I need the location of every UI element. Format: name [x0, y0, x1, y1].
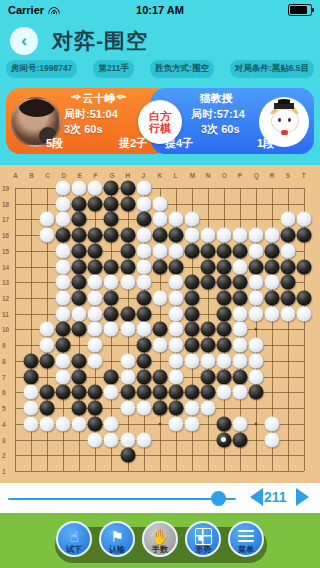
black-stone-C5	[40, 401, 55, 416]
col-label-O: O	[222, 172, 227, 179]
player-left-captures: 提2子	[119, 136, 147, 151]
white-stone-M5	[184, 401, 199, 416]
black-stone-F4	[88, 416, 103, 431]
black-stone-E8	[72, 353, 87, 368]
black-stone-J9	[136, 338, 151, 353]
white-stone-G6	[104, 385, 119, 400]
white-stone-P14	[232, 259, 247, 274]
black-stone-J12	[136, 291, 151, 306]
black-stone-E17	[72, 212, 87, 227]
white-stone-L7	[168, 369, 183, 384]
white-stone-C9	[40, 338, 55, 353]
white-stone-P9	[232, 338, 247, 353]
white-stone-P10	[232, 322, 247, 337]
black-stone-J7	[136, 369, 151, 384]
white-stone-M8	[184, 353, 199, 368]
black-stone-T16	[296, 228, 311, 243]
black-stone-P7	[232, 369, 247, 384]
white-stone-E19	[72, 181, 87, 196]
player-right-time: 局时:57:14	[191, 107, 245, 122]
white-stone-D14	[56, 259, 71, 274]
black-stone-O15	[216, 243, 231, 258]
row-label-19: 19	[2, 185, 9, 192]
last-move-marker	[221, 437, 226, 442]
black-stone-C8	[40, 353, 55, 368]
black-stone-E10	[72, 322, 87, 337]
nav-bar: ‹ 对弈-围空	[0, 24, 320, 58]
black-stone-T14	[296, 259, 311, 274]
black-stone-G14	[104, 259, 119, 274]
toolbar-label-5: 菜单	[230, 544, 262, 555]
col-label-E: E	[77, 172, 81, 179]
black-stone-O14	[216, 259, 231, 274]
black-stone-L14	[168, 259, 183, 274]
white-stone-L17	[168, 212, 183, 227]
white-stone-J13	[136, 275, 151, 290]
white-stone-R13	[264, 275, 279, 290]
black-stone-L5	[168, 401, 183, 416]
col-label-K: K	[158, 172, 163, 179]
white-stone-J16	[136, 228, 151, 243]
wifi-icon	[48, 6, 60, 15]
black-stone-K10	[152, 322, 167, 337]
black-stone-E14	[72, 259, 87, 274]
black-stone-Q14	[248, 259, 263, 274]
black-stone-F14	[88, 259, 103, 274]
white-stone-D7	[56, 369, 71, 384]
black-stone-N9	[200, 338, 215, 353]
black-stone-O7	[216, 369, 231, 384]
black-stone-O13	[216, 275, 231, 290]
toolbar-button-2-flag-icon[interactable]: ⚑认输	[99, 521, 135, 557]
white-stone-F9	[88, 338, 103, 353]
black-stone-F15	[88, 243, 103, 258]
col-label-H: H	[126, 172, 131, 179]
white-stone-L13	[168, 275, 183, 290]
black-stone-L6	[168, 385, 183, 400]
black-stone-P12	[232, 291, 247, 306]
white-stone-K12	[152, 291, 167, 306]
black-stone-E7	[72, 369, 87, 384]
white-stone-F12	[88, 291, 103, 306]
move-number: 211	[264, 489, 287, 505]
go-board[interactable]: ABCDEFGHJKLMNOPQRST191817161514131211109…	[0, 165, 320, 483]
white-stone-Q12	[248, 291, 263, 306]
black-stone-H18	[120, 196, 135, 211]
white-stone-M4	[184, 416, 199, 431]
bottom-toolbar: ☝试下⚑认输✋手数形势菜单	[0, 513, 320, 568]
col-label-C: C	[45, 172, 50, 179]
white-stone-F10	[88, 322, 103, 337]
row-label-18: 18	[2, 201, 9, 208]
col-label-T: T	[302, 172, 306, 179]
black-stone-K16	[152, 228, 167, 243]
white-stone-G4	[104, 416, 119, 431]
black-stone-N13	[200, 275, 215, 290]
black-stone-B8	[24, 353, 39, 368]
white-stone-K17	[152, 212, 167, 227]
col-label-F: F	[93, 172, 97, 179]
white-stone-F8	[88, 353, 103, 368]
black-stone-K14	[152, 259, 167, 274]
black-stone-H19	[120, 181, 135, 196]
black-stone-H6	[120, 385, 135, 400]
white-stone-G10	[104, 322, 119, 337]
white-stone-S15	[280, 243, 295, 258]
black-stone-S16	[280, 228, 295, 243]
black-stone-M10	[184, 322, 199, 337]
black-stone-E15	[72, 243, 87, 258]
black-stone-P13	[232, 275, 247, 290]
white-stone-H8	[120, 353, 135, 368]
black-stone-N14	[200, 259, 215, 274]
white-stone-M17	[184, 212, 199, 227]
black-stone-O3	[216, 432, 231, 447]
row-label-5: 5	[2, 405, 6, 412]
white-stone-D13	[56, 275, 71, 290]
white-stone-O8	[216, 353, 231, 368]
player-left-rank: 5段	[46, 136, 63, 151]
white-stone-C17	[40, 212, 55, 227]
white-stone-D19	[56, 181, 71, 196]
col-label-P: P	[238, 172, 242, 179]
black-stone-F18	[88, 196, 103, 211]
row-label-12: 12	[2, 295, 9, 302]
white-stone-M16	[184, 228, 199, 243]
white-stone-F13	[88, 275, 103, 290]
black-stone-N10	[200, 322, 215, 337]
black-stone-M9	[184, 338, 199, 353]
white-stone-J3	[136, 432, 151, 447]
white-stone-N5	[200, 401, 215, 416]
toolbar-label-3: 手数	[144, 544, 176, 555]
row-label-17: 17	[2, 216, 9, 223]
white-stone-C10	[40, 322, 55, 337]
black-stone-H2	[120, 448, 135, 463]
back-button[interactable]: ‹	[10, 27, 38, 55]
white-stone-L9	[168, 338, 183, 353]
white-stone-L4	[168, 416, 183, 431]
player-left-byoyomi: 3次 60s	[64, 122, 103, 137]
row-label-2: 2	[2, 452, 6, 459]
white-stone-K15	[152, 243, 167, 258]
white-stone-D15	[56, 243, 71, 258]
black-stone-E6	[72, 385, 87, 400]
toolbar-label-1: 试下	[58, 544, 90, 555]
toolbar-button-1-hand-pointer-icon[interactable]: ☝试下	[56, 521, 92, 557]
col-label-G: G	[109, 172, 114, 179]
black-stone-H16	[120, 228, 135, 243]
black-stone-F6	[88, 385, 103, 400]
info-pill-1: 第211手	[93, 60, 134, 78]
black-stone-L16	[168, 228, 183, 243]
white-stone-T11	[296, 306, 311, 321]
black-stone-M12	[184, 291, 199, 306]
black-stone-S12	[280, 291, 295, 306]
white-stone-J18	[136, 196, 151, 211]
row-label-9: 9	[2, 342, 6, 349]
players-panel: ༺云十峥༻ 局时:51:04 3次 60s 5段 提2子 猫教授 局时:57:1…	[0, 88, 320, 156]
row-label-14: 14	[2, 264, 9, 271]
page-title: 对弈-围空	[52, 27, 148, 55]
clock: 10:17 AM	[136, 4, 184, 16]
black-stone-E13	[72, 275, 87, 290]
white-stone-B5	[24, 401, 39, 416]
black-stone-D9	[56, 338, 71, 353]
col-label-L: L	[174, 172, 178, 179]
white-stone-R3	[264, 432, 279, 447]
black-stone-S13	[280, 275, 295, 290]
black-stone-D6	[56, 385, 71, 400]
black-stone-M6	[184, 385, 199, 400]
black-stone-O11	[216, 306, 231, 321]
white-stone-S11	[280, 306, 295, 321]
black-stone-G11	[104, 306, 119, 321]
white-stone-R11	[264, 306, 279, 321]
black-stone-C6	[40, 385, 55, 400]
row-label-6: 6	[2, 389, 6, 396]
col-label-D: D	[61, 172, 66, 179]
game-info-row: 房间号:1998747第211手胜负方式:围空对局条件:黑贴6.5目	[0, 60, 320, 78]
black-stone-J11	[136, 306, 151, 321]
black-stone-O4	[216, 416, 231, 431]
col-label-J: J	[142, 172, 146, 179]
black-stone-G16	[104, 228, 119, 243]
row-label-8: 8	[2, 358, 6, 365]
col-label-Q: Q	[254, 172, 259, 179]
flag-icon: ⚑	[110, 529, 123, 544]
row-label-3: 3	[2, 437, 6, 444]
white-stone-N8	[200, 353, 215, 368]
next-move-arrow[interactable]	[296, 488, 309, 506]
black-stone-D10	[56, 322, 71, 337]
white-stone-D18	[56, 196, 71, 211]
black-stone-M11	[184, 306, 199, 321]
white-stone-J14	[136, 259, 151, 274]
white-stone-L8	[168, 353, 183, 368]
black-stone-M15	[184, 243, 199, 258]
black-stone-O10	[216, 322, 231, 337]
black-stone-R15	[264, 243, 279, 258]
move-slider-bar: 211	[0, 483, 320, 513]
white-stone-H3	[120, 432, 135, 447]
toolbar-label-2: 认输	[101, 544, 133, 555]
black-stone-N15	[200, 243, 215, 258]
white-stone-L15	[168, 243, 183, 258]
white-stone-R16	[264, 228, 279, 243]
player-right-rank: 1段	[257, 136, 274, 151]
white-stone-F19	[88, 181, 103, 196]
white-stone-D17	[56, 212, 71, 227]
hand-pointer-icon: ☝	[69, 529, 78, 544]
white-stone-G13	[104, 275, 119, 290]
white-stone-F3	[88, 432, 103, 447]
turn-indicator-badge: 白方 行棋	[138, 100, 182, 144]
carrier-label: Carrier	[8, 4, 44, 16]
row-label-16: 16	[2, 232, 9, 239]
black-stone-B7	[24, 369, 39, 384]
status-bar: Carrier 10:17 AM	[0, 0, 320, 20]
toolbar-button-4-board-analysis-icon[interactable]: 形势	[185, 521, 221, 557]
black-stone-P15	[232, 243, 247, 258]
white-stone-H13	[120, 275, 135, 290]
black-stone-G19	[104, 181, 119, 196]
white-stone-N16	[200, 228, 215, 243]
black-stone-G17	[104, 212, 119, 227]
white-stone-K9	[152, 338, 167, 353]
white-stone-Q7	[248, 369, 263, 384]
white-stone-P8	[232, 353, 247, 368]
col-label-N: N	[206, 172, 211, 179]
slider-thumb[interactable]	[211, 491, 226, 506]
white-stone-Q8	[248, 353, 263, 368]
white-stone-H7	[120, 369, 135, 384]
black-stone-G7	[104, 369, 119, 384]
menu-icon	[238, 530, 254, 543]
black-stone-T12	[296, 291, 311, 306]
row-label-13: 13	[2, 279, 9, 286]
hand-count-icon: ✋	[151, 529, 170, 544]
black-stone-O12	[216, 291, 231, 306]
toolbar-label-4: 形势	[187, 544, 219, 555]
white-stone-Q11	[248, 306, 263, 321]
black-stone-G12	[104, 291, 119, 306]
row-label-7: 7	[2, 374, 6, 381]
white-stone-J19	[136, 181, 151, 196]
white-stone-D8	[56, 353, 71, 368]
white-stone-F11	[88, 306, 103, 321]
row-label-10: 10	[2, 326, 9, 333]
info-pill-3: 对局条件:黑贴6.5目	[230, 60, 314, 78]
black-stone-K5	[152, 401, 167, 416]
black-stone-N6	[200, 385, 215, 400]
black-stone-K6	[152, 385, 167, 400]
white-stone-D11	[56, 306, 71, 321]
player-right-byoyomi: 3次 60s	[201, 122, 240, 137]
row-label-4: 4	[2, 421, 6, 428]
white-stone-P11	[232, 306, 247, 321]
white-stone-G3	[104, 432, 119, 447]
black-stone-J6	[136, 385, 151, 400]
white-stone-Q9	[248, 338, 263, 353]
black-stone-F16	[88, 228, 103, 243]
battery-icon	[288, 4, 312, 16]
white-stone-Q15	[248, 243, 263, 258]
white-stone-H5	[120, 401, 135, 416]
white-stone-Q16	[248, 228, 263, 243]
white-stone-H10	[120, 322, 135, 337]
black-stone-N7	[200, 369, 215, 384]
info-pill-2: 胜负方式:围空	[150, 60, 214, 78]
white-stone-B4	[24, 416, 39, 431]
black-stone-H14	[120, 259, 135, 274]
white-stone-J15	[136, 243, 151, 258]
white-stone-S17	[280, 212, 295, 227]
white-stone-T17	[296, 212, 311, 227]
white-stone-K18	[152, 196, 167, 211]
black-stone-D16	[56, 228, 71, 243]
row-label-1: 1	[2, 468, 6, 475]
white-stone-B6	[24, 385, 39, 400]
row-label-15: 15	[2, 248, 9, 255]
col-label-A: A	[13, 172, 18, 179]
black-stone-E18	[72, 196, 87, 211]
black-stone-Q6	[248, 385, 263, 400]
player-left-time: 局时:51:04	[64, 107, 118, 122]
white-stone-D4	[56, 416, 71, 431]
black-stone-R14	[264, 259, 279, 274]
white-stone-P4	[232, 416, 247, 431]
black-stone-K7	[152, 369, 167, 384]
white-stone-D12	[56, 291, 71, 306]
col-label-M: M	[190, 172, 195, 179]
toolbar-button-3-hand-count-icon[interactable]: ✋手数	[142, 521, 178, 557]
white-stone-O16	[216, 228, 231, 243]
white-stone-Q13	[248, 275, 263, 290]
white-stone-L10	[168, 322, 183, 337]
info-pill-0: 房间号:1998747	[6, 60, 77, 78]
white-stone-L12	[168, 291, 183, 306]
black-stone-E16	[72, 228, 87, 243]
white-stone-L11	[168, 306, 183, 321]
board-analysis-icon	[195, 528, 212, 545]
col-label-R: R	[270, 172, 275, 179]
row-label-11: 11	[2, 311, 9, 318]
col-label-B: B	[29, 172, 34, 179]
white-stone-J5	[136, 401, 151, 416]
black-stone-E12	[72, 291, 87, 306]
col-label-S: S	[286, 172, 290, 179]
toolbar-button-5-menu-icon[interactable]: 菜单	[228, 521, 264, 557]
slider-track[interactable]	[8, 498, 236, 501]
white-stone-E4	[72, 416, 87, 431]
black-stone-G18	[104, 196, 119, 211]
white-stone-C4	[40, 416, 55, 431]
white-stone-C16	[40, 228, 55, 243]
black-stone-H15	[120, 243, 135, 258]
black-stone-O9	[216, 338, 231, 353]
black-stone-E5	[72, 401, 87, 416]
black-stone-P3	[232, 432, 247, 447]
white-stone-R4	[264, 416, 279, 431]
black-stone-F5	[88, 401, 103, 416]
black-stone-S14	[280, 259, 295, 274]
white-stone-P6	[232, 385, 247, 400]
white-stone-E11	[72, 306, 87, 321]
prev-move-arrow[interactable]	[250, 488, 263, 506]
black-stone-M13	[184, 275, 199, 290]
black-stone-J17	[136, 212, 151, 227]
white-stone-J10	[136, 322, 151, 337]
black-stone-J8	[136, 353, 151, 368]
white-stone-P16	[232, 228, 247, 243]
black-stone-H11	[120, 306, 135, 321]
white-stone-O6	[216, 385, 231, 400]
black-stone-R12	[264, 291, 279, 306]
